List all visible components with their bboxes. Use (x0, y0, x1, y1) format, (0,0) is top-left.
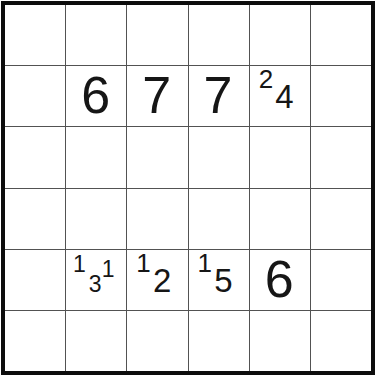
cell-r1c3[interactable] (127, 5, 187, 65)
cell-r6c4[interactable] (189, 311, 249, 371)
cell-r5c1[interactable] (5, 250, 65, 310)
clue-digit: 6 (265, 253, 294, 305)
cell-r5c4[interactable]: 15 (189, 250, 249, 310)
cell-r3c5[interactable] (250, 127, 310, 187)
cell-r4c2[interactable] (66, 189, 126, 249)
cell-r6c5[interactable] (250, 311, 310, 371)
cell-r5c2[interactable]: 113 (66, 250, 126, 310)
clue-digit: 7 (204, 69, 233, 121)
cell-r5c5[interactable]: 6 (250, 250, 310, 310)
cell-r2c2[interactable]: 6 (66, 66, 126, 126)
cell-r5c6[interactable] (311, 250, 371, 310)
cell-r4c4[interactable] (189, 189, 249, 249)
cell-r1c5[interactable] (250, 5, 310, 65)
cell-r3c6[interactable] (311, 127, 371, 187)
cell-r3c1[interactable] (5, 127, 65, 187)
cell-r6c1[interactable] (5, 311, 65, 371)
cell-r4c6[interactable] (311, 189, 371, 249)
clue-digit: 2 (259, 66, 273, 92)
cell-r2c1[interactable] (5, 66, 65, 126)
puzzle-grid: 6772411312156 (5, 5, 371, 371)
cell-r3c2[interactable] (66, 127, 126, 187)
cell-r2c4[interactable]: 7 (189, 66, 249, 126)
cell-r1c6[interactable] (311, 5, 371, 65)
tapa-puzzle-screenshot: 6772411312156 (0, 0, 376, 376)
cell-r1c1[interactable] (5, 5, 65, 65)
clue-digit: 5 (214, 263, 232, 296)
clue-digit: 4 (275, 80, 293, 113)
cell-r1c4[interactable] (189, 5, 249, 65)
cell-r3c4[interactable] (189, 127, 249, 187)
cell-r4c3[interactable] (127, 189, 187, 249)
clue-digit: 1 (73, 253, 86, 276)
cell-r3c3[interactable] (127, 127, 187, 187)
clue-digit: 2 (153, 263, 171, 296)
cell-r4c1[interactable] (5, 189, 65, 249)
clue-digit: 3 (89, 272, 102, 295)
tapa-board: 6772411312156 (1, 1, 375, 375)
cell-r1c2[interactable] (66, 5, 126, 65)
cell-r6c2[interactable] (66, 311, 126, 371)
cell-r5c3[interactable]: 12 (127, 250, 187, 310)
cell-r4c5[interactable] (250, 189, 310, 249)
clue-digit: 1 (198, 250, 212, 276)
cell-r2c6[interactable] (311, 66, 371, 126)
clue-digit: 1 (136, 250, 150, 276)
cell-r6c3[interactable] (127, 311, 187, 371)
cell-r6c6[interactable] (311, 311, 371, 371)
clue-digit: 6 (81, 69, 110, 121)
clue-digit: 7 (142, 69, 171, 121)
cell-r2c3[interactable]: 7 (127, 66, 187, 126)
clue-digit: 1 (102, 257, 115, 280)
cell-r2c5[interactable]: 24 (250, 66, 310, 126)
